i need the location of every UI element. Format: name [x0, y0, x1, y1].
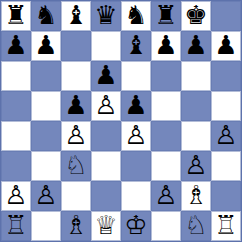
square-d5[interactable]: ♙: [91, 91, 121, 121]
square-f8[interactable]: ♜: [151, 1, 181, 31]
square-a4[interactable]: [1, 121, 31, 151]
square-h1[interactable]: ♖: [211, 211, 241, 241]
square-e3[interactable]: [121, 151, 151, 181]
piece-white-pawn: ♙: [124, 122, 147, 148]
square-h4[interactable]: ♙: [211, 121, 241, 151]
square-d6[interactable]: ♟: [91, 61, 121, 91]
square-h5[interactable]: [211, 91, 241, 121]
square-h6[interactable]: [211, 61, 241, 91]
piece-black-pawn: ♟: [154, 32, 177, 58]
piece-black-rook: ♜: [4, 2, 27, 28]
square-a5[interactable]: [1, 91, 31, 121]
piece-black-pawn: ♟: [124, 92, 147, 118]
square-b5[interactable]: [31, 91, 61, 121]
square-f6[interactable]: [151, 61, 181, 91]
square-c7[interactable]: [61, 31, 91, 61]
square-d7[interactable]: [91, 31, 121, 61]
piece-white-rook: ♖: [4, 212, 27, 238]
square-g7[interactable]: ♟: [181, 31, 211, 61]
square-b1[interactable]: [31, 211, 61, 241]
square-g8[interactable]: ♚: [181, 1, 211, 31]
square-e5[interactable]: ♟: [121, 91, 151, 121]
piece-black-pawn: ♟: [184, 32, 207, 58]
piece-black-pawn: ♟: [34, 32, 57, 58]
piece-white-bishop: ♗: [184, 182, 207, 208]
piece-black-bishop: ♝: [124, 32, 147, 58]
square-b6[interactable]: [31, 61, 61, 91]
piece-black-pawn: ♟: [4, 32, 27, 58]
piece-white-pawn: ♙: [64, 122, 87, 148]
chess-board: ♜♞♝♛♞♜♚♟♟♝♟♟♟♟♟♙♟♙♙♙♘♙♙♙♙♗♖♗♕♔♘♖: [0, 0, 242, 242]
piece-black-king: ♚: [184, 2, 207, 28]
square-g3[interactable]: ♙: [181, 151, 211, 181]
square-a1[interactable]: ♖: [1, 211, 31, 241]
square-f4[interactable]: [151, 121, 181, 151]
square-c4[interactable]: ♙: [61, 121, 91, 151]
square-c2[interactable]: [61, 181, 91, 211]
square-a8[interactable]: ♜: [1, 1, 31, 31]
piece-white-pawn: ♙: [154, 182, 177, 208]
square-e1[interactable]: ♔: [121, 211, 151, 241]
square-g5[interactable]: [181, 91, 211, 121]
piece-white-king: ♔: [124, 212, 147, 238]
piece-black-pawn: ♟: [64, 92, 87, 118]
square-f1[interactable]: [151, 211, 181, 241]
square-a3[interactable]: [1, 151, 31, 181]
piece-white-pawn: ♙: [4, 182, 27, 208]
square-c1[interactable]: ♗: [61, 211, 91, 241]
piece-white-pawn: ♙: [94, 92, 117, 118]
square-d1[interactable]: ♕: [91, 211, 121, 241]
piece-white-rook: ♖: [214, 212, 237, 238]
square-g1[interactable]: ♘: [181, 211, 211, 241]
square-c3[interactable]: ♘: [61, 151, 91, 181]
square-f2[interactable]: ♙: [151, 181, 181, 211]
square-a2[interactable]: ♙: [1, 181, 31, 211]
square-g2[interactable]: ♗: [181, 181, 211, 211]
square-c8[interactable]: ♝: [61, 1, 91, 31]
square-h7[interactable]: ♟: [211, 31, 241, 61]
square-d4[interactable]: [91, 121, 121, 151]
square-e4[interactable]: ♙: [121, 121, 151, 151]
piece-white-knight: ♘: [184, 212, 207, 238]
piece-black-rook: ♜: [154, 2, 177, 28]
square-h2[interactable]: [211, 181, 241, 211]
square-f3[interactable]: [151, 151, 181, 181]
square-a7[interactable]: ♟: [1, 31, 31, 61]
square-d2[interactable]: [91, 181, 121, 211]
square-g4[interactable]: [181, 121, 211, 151]
square-e2[interactable]: [121, 181, 151, 211]
square-e6[interactable]: [121, 61, 151, 91]
square-h8[interactable]: [211, 1, 241, 31]
piece-white-bishop: ♗: [64, 212, 87, 238]
square-f7[interactable]: ♟: [151, 31, 181, 61]
square-a6[interactable]: [1, 61, 31, 91]
square-b7[interactable]: ♟: [31, 31, 61, 61]
square-g6[interactable]: [181, 61, 211, 91]
square-c5[interactable]: ♟: [61, 91, 91, 121]
piece-black-bishop: ♝: [64, 2, 87, 28]
piece-black-knight: ♞: [124, 2, 147, 28]
square-e8[interactable]: ♞: [121, 1, 151, 31]
piece-white-pawn: ♙: [214, 122, 237, 148]
square-d3[interactable]: [91, 151, 121, 181]
piece-black-queen: ♛: [94, 2, 117, 28]
square-h3[interactable]: [211, 151, 241, 181]
piece-white-knight: ♘: [64, 152, 87, 178]
square-f5[interactable]: [151, 91, 181, 121]
square-d8[interactable]: ♛: [91, 1, 121, 31]
square-b8[interactable]: ♞: [31, 1, 61, 31]
piece-white-queen: ♕: [94, 212, 117, 238]
square-b2[interactable]: ♙: [31, 181, 61, 211]
square-b3[interactable]: [31, 151, 61, 181]
piece-black-knight: ♞: [34, 2, 57, 28]
piece-white-pawn: ♙: [34, 182, 57, 208]
square-e7[interactable]: ♝: [121, 31, 151, 61]
square-c6[interactable]: [61, 61, 91, 91]
square-b4[interactable]: [31, 121, 61, 151]
piece-black-pawn: ♟: [94, 62, 117, 88]
piece-black-pawn: ♟: [214, 32, 237, 58]
piece-white-pawn: ♙: [184, 152, 207, 178]
